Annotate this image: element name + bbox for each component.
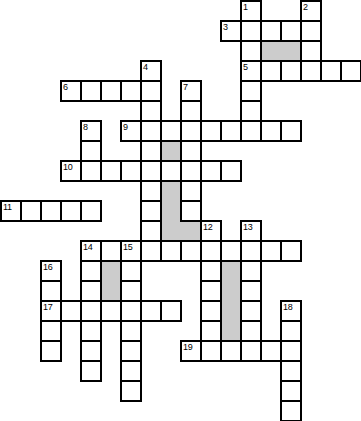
crossword-grid: 12345678910111213141516171819 [1, 1, 361, 421]
grid-cell[interactable] [281, 241, 301, 261]
shaded-cell [161, 201, 181, 221]
grid-cell[interactable] [41, 341, 61, 361]
grid-cell[interactable] [241, 281, 261, 301]
grid-cell[interactable] [181, 141, 201, 161]
grid-cell[interactable] [141, 101, 161, 121]
grid-cell[interactable]: 18 [281, 301, 301, 321]
grid-cell[interactable] [121, 321, 141, 341]
grid-cell[interactable] [201, 281, 221, 301]
clue-number: 11 [3, 202, 12, 212]
grid-cell[interactable] [261, 241, 281, 261]
grid-cell[interactable] [241, 241, 261, 261]
clue-number: 14 [83, 242, 92, 252]
grid-cell[interactable] [141, 121, 161, 141]
grid-cell[interactable] [281, 321, 301, 341]
shaded-connector [180, 222, 182, 240]
grid-cell[interactable] [181, 241, 201, 261]
clue-number: 1 [243, 2, 248, 12]
clue-number: 2 [303, 2, 308, 12]
shaded-cell [161, 221, 181, 241]
grid-cell[interactable] [101, 81, 121, 101]
grid-cell[interactable] [281, 341, 301, 361]
clue-number: 3 [223, 22, 228, 32]
grid-cell[interactable]: 4 [141, 61, 161, 81]
grid-cell[interactable] [221, 121, 241, 141]
shaded-connector [162, 200, 180, 202]
grid-cell[interactable] [21, 201, 41, 221]
grid-cell[interactable] [121, 281, 141, 301]
shaded-cell [281, 41, 301, 61]
grid-cell[interactable] [121, 341, 141, 361]
shaded-connector [222, 320, 240, 322]
grid-cell[interactable] [121, 381, 141, 401]
grid-cell[interactable] [141, 141, 161, 161]
shaded-cell [221, 321, 241, 341]
grid-cell[interactable] [181, 101, 201, 121]
grid-cell[interactable] [41, 201, 61, 221]
grid-cell[interactable] [141, 241, 161, 261]
grid-cell[interactable] [101, 241, 121, 261]
grid-cell[interactable] [241, 321, 261, 341]
grid-cell[interactable]: 11 [1, 201, 21, 221]
grid-cell[interactable] [81, 141, 101, 161]
clue-number: 6 [63, 82, 68, 92]
grid-cell[interactable] [181, 121, 201, 141]
grid-cell[interactable] [81, 341, 101, 361]
clue-number: 13 [243, 222, 252, 232]
shaded-connector [280, 42, 282, 60]
clue-number: 7 [183, 82, 188, 92]
grid-cell[interactable] [201, 341, 221, 361]
grid-cell[interactable] [141, 181, 161, 201]
shaded-cell [221, 281, 241, 301]
clue-number: 5 [243, 62, 248, 72]
clue-number: 9 [123, 122, 128, 132]
grid-cell[interactable] [241, 21, 261, 41]
grid-cell[interactable]: 5 [241, 61, 261, 81]
grid-cell[interactable] [121, 81, 141, 101]
grid-cell[interactable] [241, 341, 261, 361]
shaded-connector [102, 280, 120, 282]
grid-cell[interactable] [201, 121, 221, 141]
shaded-cell [101, 281, 121, 301]
grid-cell[interactable] [281, 401, 301, 421]
grid-cell[interactable] [141, 221, 161, 241]
shaded-cell [161, 181, 181, 201]
grid-cell[interactable]: 12 [201, 221, 221, 241]
grid-cell[interactable] [81, 361, 101, 381]
grid-cell[interactable]: 7 [181, 81, 201, 101]
grid-cell[interactable] [161, 241, 181, 261]
clue-number: 10 [63, 162, 72, 172]
grid-cell[interactable] [121, 361, 141, 381]
clue-number: 12 [203, 222, 212, 232]
grid-cell[interactable] [81, 301, 101, 321]
grid-cell[interactable] [121, 161, 141, 181]
grid-cell[interactable]: 9 [121, 121, 141, 141]
grid-cell[interactable] [201, 301, 221, 321]
clue-number: 4 [143, 62, 148, 72]
grid-cell[interactable] [121, 301, 141, 321]
grid-cell[interactable]: 17 [41, 301, 61, 321]
grid-cell[interactable] [81, 261, 101, 281]
grid-cell[interactable] [281, 381, 301, 401]
grid-cell[interactable]: 3 [221, 21, 241, 41]
grid-cell[interactable] [221, 341, 241, 361]
grid-cell[interactable] [81, 201, 101, 221]
grid-cell[interactable] [81, 161, 101, 181]
grid-cell[interactable] [321, 61, 341, 81]
grid-cell[interactable]: 15 [121, 241, 141, 261]
grid-cell[interactable] [201, 161, 221, 181]
grid-cell[interactable]: 13 [241, 221, 261, 241]
grid-cell[interactable] [341, 61, 361, 81]
grid-cell[interactable] [301, 21, 321, 41]
shaded-cell [221, 261, 241, 281]
grid-cell[interactable] [201, 241, 221, 261]
grid-cell[interactable]: 10 [61, 161, 81, 181]
grid-cell[interactable] [161, 121, 181, 141]
shaded-cell [101, 261, 121, 281]
grid-cell[interactable] [141, 301, 161, 321]
grid-cell[interactable] [281, 61, 301, 81]
grid-cell[interactable]: 1 [241, 1, 261, 21]
grid-cell[interactable] [61, 301, 81, 321]
shaded-connector [222, 300, 240, 302]
grid-cell[interactable] [141, 81, 161, 101]
clue-number: 19 [183, 342, 192, 352]
grid-cell[interactable] [181, 201, 201, 221]
shaded-connector [222, 280, 240, 282]
grid-cell[interactable]: 19 [181, 341, 201, 361]
grid-cell[interactable] [81, 321, 101, 341]
clue-number: 18 [283, 302, 292, 312]
grid-cell[interactable] [261, 21, 281, 41]
grid-cell[interactable] [81, 81, 101, 101]
grid-cell[interactable] [181, 161, 201, 181]
grid-cell[interactable] [101, 301, 121, 321]
shaded-cell [261, 41, 281, 61]
shaded-connector [162, 220, 180, 222]
grid-cell[interactable]: 6 [61, 81, 81, 101]
grid-cell[interactable] [121, 261, 141, 281]
grid-cell[interactable] [241, 121, 261, 141]
grid-cell[interactable] [221, 161, 241, 181]
grid-cell[interactable] [281, 21, 301, 41]
grid-cell[interactable] [101, 161, 121, 181]
grid-cell[interactable] [241, 301, 261, 321]
clue-number: 15 [123, 242, 132, 252]
shaded-cell [161, 141, 181, 161]
crossword-board: 12345678910111213141516171819 [0, 0, 361, 421]
grid-cell[interactable] [261, 121, 281, 141]
grid-cell[interactable] [301, 41, 321, 61]
grid-cell[interactable]: 16 [41, 261, 61, 281]
clue-number: 16 [43, 262, 52, 272]
grid-cell[interactable] [241, 81, 261, 101]
grid-cell[interactable] [141, 201, 161, 221]
grid-cell[interactable] [241, 101, 261, 121]
clue-number: 8 [83, 122, 88, 132]
grid-cell[interactable] [241, 261, 261, 281]
grid-cell[interactable] [281, 121, 301, 141]
clue-number: 17 [43, 302, 52, 312]
grid-cell[interactable] [181, 181, 201, 201]
shaded-cell [181, 221, 201, 241]
grid-cell[interactable] [201, 261, 221, 281]
grid-cell[interactable] [61, 201, 81, 221]
grid-cell[interactable]: 2 [301, 1, 321, 21]
grid-cell[interactable] [261, 61, 281, 81]
grid-cell[interactable] [161, 301, 181, 321]
grid-cell[interactable] [41, 281, 61, 301]
grid-cell[interactable] [161, 161, 181, 181]
grid-cell[interactable]: 14 [81, 241, 101, 261]
grid-cell[interactable] [221, 241, 241, 261]
grid-cell[interactable] [261, 341, 281, 361]
grid-cell[interactable]: 8 [81, 121, 101, 141]
grid-cell[interactable] [281, 361, 301, 381]
grid-cell[interactable] [41, 321, 61, 341]
grid-cell[interactable] [141, 161, 161, 181]
grid-cell[interactable] [201, 321, 221, 341]
grid-cell[interactable] [81, 281, 101, 301]
shaded-cell [221, 301, 241, 321]
grid-cell[interactable] [301, 61, 321, 81]
grid-cell[interactable] [241, 41, 261, 61]
